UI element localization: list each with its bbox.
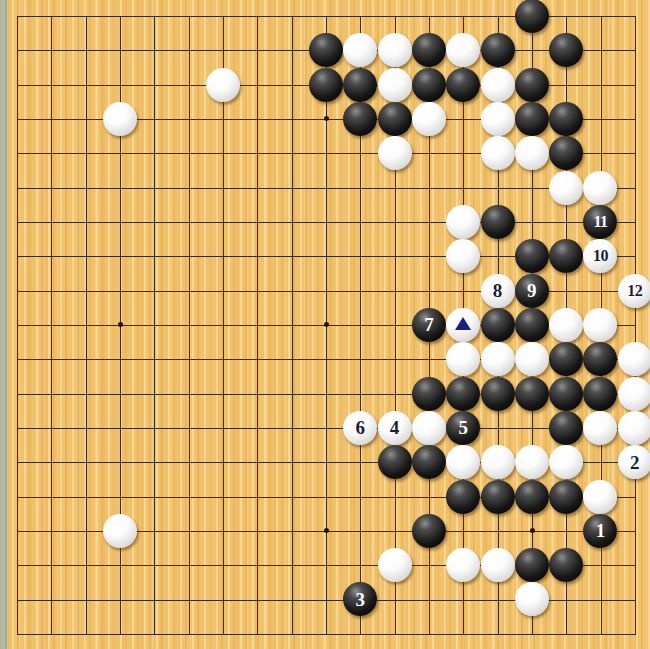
stone-black: 7 <box>412 308 446 342</box>
stone-white <box>103 102 137 136</box>
stone-white: 2 <box>618 445 650 479</box>
stone-white <box>446 445 480 479</box>
stone-white <box>618 342 650 376</box>
stone-black <box>515 308 549 342</box>
stone-black <box>549 136 583 170</box>
stone-white <box>378 548 412 582</box>
stone-black <box>446 480 480 514</box>
stone-black: 3 <box>343 582 377 616</box>
move-number-label: 4 <box>390 418 400 437</box>
stone-white <box>515 582 549 616</box>
stone-black <box>549 33 583 67</box>
stone-black <box>549 548 583 582</box>
move-number-label: 10 <box>593 248 608 264</box>
stone-white <box>618 411 650 445</box>
stone-white <box>549 308 583 342</box>
stone-white <box>446 342 480 376</box>
stone-black <box>549 377 583 411</box>
stone-white: 6 <box>343 411 377 445</box>
stone-white <box>583 171 617 205</box>
stone-black <box>549 102 583 136</box>
move-number-label: 9 <box>527 281 537 300</box>
stone-white <box>481 102 515 136</box>
stone-white <box>481 136 515 170</box>
move-number-label: 12 <box>627 282 642 298</box>
stone-black <box>378 102 412 136</box>
stone-white <box>549 445 583 479</box>
stone-black <box>412 68 446 102</box>
stone-black <box>412 514 446 548</box>
stone-white <box>378 33 412 67</box>
stone-white <box>343 33 377 67</box>
stone-black <box>515 377 549 411</box>
stone-black <box>412 33 446 67</box>
stone-black <box>481 308 515 342</box>
stone-black <box>446 377 480 411</box>
stone-white <box>481 68 515 102</box>
stone-black <box>412 445 446 479</box>
stone-black <box>583 377 617 411</box>
stone-black <box>343 68 377 102</box>
stone-white <box>481 342 515 376</box>
move-number-label: 5 <box>458 418 468 437</box>
stone-black <box>549 342 583 376</box>
stone-black <box>309 33 343 67</box>
stone-black <box>446 68 480 102</box>
move-number-label: 3 <box>356 589 366 608</box>
stone-black <box>515 0 549 33</box>
stone-white <box>583 411 617 445</box>
stone-white: 8 <box>481 274 515 308</box>
go-board[interactable]: 111089127645213 <box>0 0 650 649</box>
move-number-label: 1 <box>596 521 606 540</box>
stone-black <box>378 445 412 479</box>
stone-black <box>515 102 549 136</box>
stone-black <box>412 377 446 411</box>
stone-white <box>583 480 617 514</box>
stone-black <box>515 480 549 514</box>
stone-white <box>446 548 480 582</box>
stone-black: 11 <box>583 205 617 239</box>
stone-black <box>515 68 549 102</box>
stone-white: 12 <box>618 274 650 308</box>
move-number-label: 2 <box>630 452 640 471</box>
stone-white <box>481 445 515 479</box>
stone-white <box>618 377 650 411</box>
stones-layer: 111089127645213 <box>0 0 650 649</box>
stone-white <box>446 239 480 273</box>
stone-white <box>206 68 240 102</box>
move-number-label: 8 <box>493 281 503 300</box>
move-number-label: 6 <box>356 418 366 437</box>
stone-black <box>515 239 549 273</box>
stone-black <box>481 480 515 514</box>
stone-black <box>481 377 515 411</box>
stone-white <box>378 136 412 170</box>
stone-white <box>549 171 583 205</box>
stone-white <box>515 342 549 376</box>
stone-black: 5 <box>446 411 480 445</box>
window-edge-strip <box>0 0 7 649</box>
stone-white <box>412 102 446 136</box>
stone-black: 1 <box>583 514 617 548</box>
stone-white <box>515 445 549 479</box>
stone-white <box>515 136 549 170</box>
move-number-label: 7 <box>424 315 434 334</box>
stone-white <box>446 205 480 239</box>
stone-white: 4 <box>378 411 412 445</box>
stone-white <box>446 33 480 67</box>
stone-white <box>583 308 617 342</box>
go-app-window: 111089127645213 <box>0 0 650 649</box>
stone-black <box>481 33 515 67</box>
stone-black: 9 <box>515 274 549 308</box>
stone-black <box>515 548 549 582</box>
stone-black <box>549 480 583 514</box>
stone-black <box>549 411 583 445</box>
stone-black <box>309 68 343 102</box>
triangle-marker-icon <box>455 317 471 330</box>
stone-black <box>343 102 377 136</box>
stone-white <box>481 548 515 582</box>
stone-white <box>412 411 446 445</box>
stone-white <box>378 68 412 102</box>
stone-white: 10 <box>583 239 617 273</box>
move-number-label: 11 <box>593 214 607 230</box>
stone-black <box>583 342 617 376</box>
stone-black <box>549 239 583 273</box>
stone-white <box>103 514 137 548</box>
stone-black <box>481 205 515 239</box>
stone-white <box>446 308 480 342</box>
